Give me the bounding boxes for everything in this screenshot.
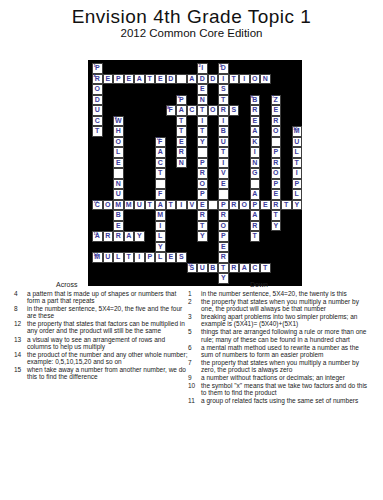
black-square xyxy=(292,231,303,242)
grid-cell[interactable]: C xyxy=(187,105,198,116)
black-square xyxy=(92,221,103,232)
grid-cell[interactable]: O xyxy=(92,84,103,95)
black-square xyxy=(281,95,292,106)
grid-cell[interactable]: S xyxy=(176,252,187,263)
grid-cell[interactable]: U xyxy=(218,137,229,148)
grid-cell[interactable]: P xyxy=(113,74,124,85)
grid-cell[interactable]: E xyxy=(113,158,124,169)
grid-cell[interactable] xyxy=(197,147,208,158)
grid-cell[interactable]: D xyxy=(197,74,208,85)
grid-cell[interactable]: 14M xyxy=(92,252,103,263)
black-square xyxy=(103,168,114,179)
clue-number: 15 xyxy=(14,366,27,380)
black-square xyxy=(92,168,103,179)
black-square xyxy=(197,252,208,263)
black-square xyxy=(260,84,271,95)
black-square xyxy=(145,137,156,148)
grid-cell[interactable]: Y xyxy=(197,137,208,148)
grid-cell[interactable]: U xyxy=(292,137,303,148)
black-square xyxy=(113,105,124,116)
grid-cell[interactable]: A xyxy=(124,231,135,242)
clue-number-in-cell: 12 xyxy=(94,200,98,205)
grid-cell[interactable]: P xyxy=(197,189,208,200)
cell-letter: O xyxy=(273,127,278,135)
clue-number: 13 xyxy=(14,336,27,350)
black-square xyxy=(176,63,187,74)
grid-cell[interactable]: E xyxy=(218,242,229,253)
black-square xyxy=(281,210,292,221)
grid-cell[interactable]: I xyxy=(292,168,303,179)
grid-cell[interactable]: I xyxy=(155,221,166,232)
black-square xyxy=(281,189,292,200)
black-square xyxy=(281,168,292,179)
grid-cell[interactable]: Y xyxy=(155,242,166,253)
grid-cell[interactable]: O xyxy=(197,179,208,190)
grid-cell[interactable]: U xyxy=(197,263,208,274)
grid-cell[interactable]: T xyxy=(260,263,271,274)
grid-cell[interactable]: A xyxy=(155,147,166,158)
grid-cell[interactable]: 1P xyxy=(92,63,103,74)
grid-cell[interactable]: 3D xyxy=(218,63,229,74)
grid-cell[interactable]: E xyxy=(124,74,135,85)
grid-cell[interactable]: T xyxy=(197,221,208,232)
cell-letter: T xyxy=(179,127,183,135)
grid-cell[interactable] xyxy=(208,200,219,211)
grid-cell[interactable]: T xyxy=(145,200,156,211)
cell-letter: P xyxy=(147,253,152,261)
grid-cell[interactable]: U xyxy=(103,252,114,263)
down-clue-1: 1in the number sentence, 5X4=20, the twe… xyxy=(188,290,370,297)
black-square xyxy=(134,84,145,95)
cell-letter: L xyxy=(158,253,162,261)
black-square xyxy=(187,231,198,242)
grid-cell[interactable]: I xyxy=(218,158,229,169)
grid-cell[interactable]: E xyxy=(271,105,282,116)
cell-letter: B xyxy=(210,264,215,272)
grid-cell[interactable]: B xyxy=(208,263,219,274)
grid-cell[interactable]: R xyxy=(218,210,229,221)
grid-cell[interactable]: M xyxy=(124,200,135,211)
grid-cell[interactable]: E xyxy=(166,252,177,263)
clue-number-in-cell: 3 xyxy=(220,64,222,69)
grid-cell[interactable]: T xyxy=(155,168,166,179)
grid-cell[interactable]: P xyxy=(271,179,282,190)
grid-cell[interactable]: 4R xyxy=(92,74,103,85)
grid-cell[interactable]: Y xyxy=(292,200,303,211)
grid-cell[interactable]: I xyxy=(218,74,229,85)
black-square xyxy=(208,179,219,190)
grid-cell[interactable]: O xyxy=(271,168,282,179)
black-square xyxy=(124,242,135,253)
cell-letter: T xyxy=(200,222,204,230)
cell-letter: U xyxy=(200,264,205,272)
black-square xyxy=(260,116,271,127)
grid-cell[interactable]: L xyxy=(155,231,166,242)
grid-cell[interactable]: R xyxy=(197,210,208,221)
grid-cell[interactable]: T xyxy=(197,105,208,116)
grid-cell[interactable]: 10M xyxy=(292,126,303,137)
grid-cell[interactable]: T xyxy=(218,95,229,106)
grid-cell[interactable]: R xyxy=(218,105,229,116)
grid-cell[interactable]: G xyxy=(250,168,261,179)
black-square xyxy=(166,116,177,127)
grid-cell[interactable]: E xyxy=(197,84,208,95)
cell-letter: C xyxy=(252,264,257,272)
cell-letter: R xyxy=(273,159,278,167)
clue-text: the symbol "x" means that we take two fa… xyxy=(201,382,370,396)
grid-cell[interactable]: M xyxy=(155,210,166,221)
grid-cell[interactable]: K xyxy=(250,137,261,148)
black-square xyxy=(229,168,240,179)
grid-cell[interactable]: O xyxy=(113,137,124,148)
grid-cell[interactable]: P xyxy=(145,252,156,263)
black-square xyxy=(124,179,135,190)
cell-letter: S xyxy=(179,253,184,261)
grid-cell[interactable]: A xyxy=(176,105,187,116)
grid-cell[interactable]: P xyxy=(218,231,229,242)
grid-cell[interactable]: R xyxy=(229,200,240,211)
cell-letter: P xyxy=(116,75,121,83)
grid-cell[interactable]: R xyxy=(176,147,187,158)
grid-cell[interactable]: F xyxy=(155,189,166,200)
grid-cell[interactable]: N xyxy=(197,95,208,106)
grid-cell[interactable]: R xyxy=(250,105,261,116)
cell-letter: E xyxy=(116,222,121,230)
cell-letter: A xyxy=(189,75,194,83)
across-header: Across xyxy=(56,281,188,288)
grid-cell[interactable]: T xyxy=(197,126,208,137)
grid-cell[interactable]: V xyxy=(187,200,198,211)
black-square xyxy=(239,158,250,169)
grid-cell[interactable]: C xyxy=(250,263,261,274)
black-square xyxy=(281,84,292,95)
grid-cell[interactable]: P xyxy=(197,158,208,169)
grid-cell[interactable]: A xyxy=(250,210,261,221)
cell-letter: T xyxy=(232,75,236,83)
grid-cell[interactable]: T xyxy=(176,116,187,127)
black-square xyxy=(176,179,187,190)
black-square xyxy=(187,168,198,179)
grid-cell[interactable]: N xyxy=(176,158,187,169)
black-square xyxy=(281,137,292,148)
grid-cell[interactable]: S xyxy=(229,105,240,116)
grid-cell[interactable]: N xyxy=(113,179,124,190)
cell-letter: A xyxy=(179,106,184,114)
grid-cell[interactable]: L xyxy=(113,147,124,158)
grid-cell[interactable]: N xyxy=(250,158,261,169)
cell-letter: U xyxy=(137,201,142,209)
grid-cell[interactable]: E xyxy=(197,200,208,211)
cell-letter: P xyxy=(252,201,257,209)
grid-cell[interactable]: 8F xyxy=(166,105,177,116)
grid-cell[interactable]: I xyxy=(239,74,250,85)
grid-cell[interactable]: 15S xyxy=(187,263,198,274)
black-square xyxy=(229,252,240,263)
black-square xyxy=(208,63,219,74)
grid-cell[interactable]: L xyxy=(292,189,303,200)
grid-cell[interactable]: R xyxy=(271,158,282,169)
black-square xyxy=(260,105,271,116)
grid-cell[interactable]: A xyxy=(187,74,198,85)
grid-cell[interactable]: I xyxy=(176,200,187,211)
grid-cell[interactable]: E xyxy=(218,179,229,190)
grid-cell[interactable] xyxy=(113,168,124,179)
black-square xyxy=(155,105,166,116)
black-square xyxy=(166,221,177,232)
cell-letter: E xyxy=(200,201,205,209)
clue-text: the property that states that factors ca… xyxy=(27,320,188,334)
black-square xyxy=(292,252,303,263)
grid-cell[interactable]: O xyxy=(250,74,261,85)
grid-cell[interactable]: Y xyxy=(197,231,208,242)
black-square xyxy=(250,63,261,74)
grid-cell[interactable]: E xyxy=(113,221,124,232)
cell-letter: L xyxy=(295,148,299,156)
black-square xyxy=(124,221,135,232)
cell-letter: Z xyxy=(274,96,278,104)
cell-letter: F xyxy=(158,190,162,198)
grid-cell[interactable]: E xyxy=(155,74,166,85)
grid-cell[interactable]: O xyxy=(271,126,282,137)
black-square xyxy=(166,137,177,148)
grid-cell[interactable]: 2I xyxy=(197,63,208,74)
black-square xyxy=(260,95,271,106)
black-square xyxy=(281,74,292,85)
grid-cell[interactable]: B xyxy=(113,210,124,221)
grid-cell[interactable]: E xyxy=(271,189,282,200)
grid-cell[interactable]: I xyxy=(197,116,208,127)
grid-cell[interactable] xyxy=(250,179,261,190)
black-square xyxy=(292,242,303,253)
cell-letter: O xyxy=(95,85,100,93)
black-square xyxy=(103,221,114,232)
black-square xyxy=(292,210,303,221)
grid-cell[interactable]: A xyxy=(239,263,250,274)
black-square xyxy=(292,263,303,274)
cell-letter: Y xyxy=(294,201,299,209)
cell-letter: M xyxy=(157,211,163,219)
grid-cell[interactable]: P xyxy=(250,200,261,211)
black-square xyxy=(134,242,145,253)
grid-cell[interactable]: 7Z xyxy=(271,95,282,106)
black-square xyxy=(92,137,103,148)
grid-cell[interactable]: L xyxy=(113,252,124,263)
grid-cell[interactable]: I xyxy=(218,116,229,127)
black-square xyxy=(229,231,240,242)
black-square xyxy=(155,126,166,137)
cell-letter: R xyxy=(221,211,226,219)
black-square xyxy=(208,126,219,137)
grid-cell[interactable]: A xyxy=(250,126,261,137)
grid-cell[interactable]: I xyxy=(134,252,145,263)
black-square xyxy=(134,179,145,190)
grid-cell[interactable]: 12C xyxy=(92,200,103,211)
cell-letter: H xyxy=(116,127,121,135)
grid-cell[interactable]: A xyxy=(134,74,145,85)
cell-letter: T xyxy=(169,201,173,209)
grid-cell[interactable] xyxy=(218,189,229,200)
cell-letter: R xyxy=(231,264,236,272)
cell-letter: P xyxy=(221,232,226,240)
black-square xyxy=(187,126,198,137)
grid-cell[interactable]: T xyxy=(292,158,303,169)
grid-cell[interactable]: T xyxy=(124,252,135,263)
black-square xyxy=(124,95,135,106)
black-square xyxy=(292,95,303,106)
cell-letter: U xyxy=(116,190,121,198)
grid-cell[interactable]: U xyxy=(113,189,124,200)
grid-cell[interactable]: C xyxy=(155,158,166,169)
clue-number-in-cell: 5 xyxy=(178,95,180,100)
grid-cell[interactable]: D xyxy=(208,74,219,85)
black-square xyxy=(260,231,271,242)
black-square xyxy=(176,168,187,179)
cell-letter: I xyxy=(159,222,161,230)
black-square xyxy=(145,84,156,95)
black-square xyxy=(103,158,114,169)
grid-cell[interactable]: N xyxy=(260,74,271,85)
grid-cell[interactable] xyxy=(271,137,282,148)
cell-letter: R xyxy=(221,106,226,114)
grid-cell[interactable]: E xyxy=(103,74,114,85)
grid-cell[interactable]: E xyxy=(250,116,261,127)
grid-cell[interactable]: T xyxy=(281,200,292,211)
grid-cell[interactable]: E xyxy=(176,137,187,148)
grid-cell[interactable]: T xyxy=(176,126,187,137)
clue-number: 6 xyxy=(188,344,201,358)
grid-cell[interactable]: R xyxy=(197,168,208,179)
grid-cell[interactable]: U xyxy=(134,200,145,211)
grid-cell[interactable]: O xyxy=(103,200,114,211)
clue-text: in the number sentence, 5X4=20, the twen… xyxy=(201,290,370,297)
black-square xyxy=(176,189,187,200)
black-square xyxy=(145,63,156,74)
grid-cell[interactable]: T xyxy=(250,231,261,242)
grid-cell[interactable]: T xyxy=(229,74,240,85)
cell-letter: T xyxy=(221,148,225,156)
clue-number: 11 xyxy=(188,397,201,404)
black-square xyxy=(113,84,124,95)
black-square xyxy=(92,158,103,169)
grid-cell[interactable]: L xyxy=(155,252,166,263)
black-square xyxy=(166,147,177,158)
grid-cell[interactable]: O xyxy=(208,105,219,116)
grid-cell[interactable]: T xyxy=(271,210,282,221)
clue-number: 12 xyxy=(14,320,27,334)
black-square xyxy=(145,189,156,200)
grid-cell[interactable]: R xyxy=(229,263,240,274)
grid-cell[interactable]: O xyxy=(239,200,250,211)
grid-cell[interactable]: T xyxy=(166,200,177,211)
black-square xyxy=(187,84,198,95)
grid-cell[interactable]: B xyxy=(218,126,229,137)
grid-cell[interactable]: E xyxy=(260,200,271,211)
grid-cell[interactable]: H xyxy=(113,126,124,137)
black-square xyxy=(239,126,250,137)
black-square xyxy=(145,147,156,158)
cell-letter: R xyxy=(252,222,257,230)
grid-cell[interactable]: A xyxy=(155,200,166,211)
grid-cell[interactable]: V xyxy=(218,168,229,179)
grid-cell[interactable]: P xyxy=(218,200,229,211)
grid-cell[interactable]: 11F xyxy=(155,137,166,148)
crossword-panel: 1P2I3D4REPEATEDADDITIONOESD5PNT6B7ZU8FAC… xyxy=(88,60,302,286)
black-square xyxy=(187,147,198,158)
black-square xyxy=(292,221,303,232)
cell-letter: C xyxy=(158,159,163,167)
black-square xyxy=(281,116,292,127)
black-square xyxy=(176,242,187,253)
grid-cell[interactable] xyxy=(155,179,166,190)
grid-cell[interactable]: P xyxy=(292,179,303,190)
black-square xyxy=(281,242,292,253)
grid-cell[interactable]: R xyxy=(271,116,282,127)
black-square xyxy=(124,116,135,127)
cell-letter: I xyxy=(180,201,182,209)
cell-letter: P xyxy=(221,201,226,209)
grid-cell[interactable]: I xyxy=(250,147,261,158)
clue-number-in-cell: 7 xyxy=(272,95,274,100)
grid-cell[interactable]: R xyxy=(103,231,114,242)
grid-cell[interactable]: 9W xyxy=(113,116,124,127)
grid-cell[interactable] xyxy=(176,74,187,85)
grid-cell[interactable]: R xyxy=(250,221,261,232)
black-square xyxy=(281,179,292,190)
grid-cell[interactable]: P xyxy=(271,147,282,158)
black-square xyxy=(281,63,292,74)
grid-cell[interactable]: D xyxy=(92,95,103,106)
black-square xyxy=(176,221,187,232)
grid-cell[interactable]: L xyxy=(292,147,303,158)
grid-cell[interactable]: T xyxy=(218,263,229,274)
grid-cell[interactable]: Y xyxy=(271,221,282,232)
cell-letter: T xyxy=(127,253,131,261)
clue-number: 1 xyxy=(188,290,201,297)
grid-cell[interactable]: 13A xyxy=(92,231,103,242)
black-square xyxy=(176,231,187,242)
black-square xyxy=(239,137,250,148)
black-square xyxy=(250,242,261,253)
black-square xyxy=(208,210,219,221)
grid-cell[interactable]: O xyxy=(218,221,229,232)
grid-cell[interactable]: 5P xyxy=(176,95,187,106)
grid-cell[interactable]: R xyxy=(271,200,282,211)
grid-cell[interactable]: C xyxy=(92,116,103,127)
grid-cell[interactable]: T xyxy=(145,74,156,85)
cell-letter: U xyxy=(105,253,110,261)
grid-cell[interactable]: M xyxy=(113,200,124,211)
grid-cell[interactable]: Y xyxy=(134,231,145,242)
grid-cell[interactable]: R xyxy=(218,252,229,263)
grid-cell[interactable]: S xyxy=(218,84,229,95)
grid-cell[interactable]: U xyxy=(92,105,103,116)
black-square xyxy=(134,126,145,137)
cell-letter: O xyxy=(242,201,247,209)
grid-cell[interactable]: T xyxy=(92,126,103,137)
grid-cell[interactable]: A xyxy=(250,189,261,200)
cell-letter: T xyxy=(221,96,225,104)
grid-cell[interactable]: T xyxy=(218,147,229,158)
grid-cell[interactable]: R xyxy=(113,231,124,242)
across-clue-13: 13a visual way to see an arrangement of … xyxy=(14,336,188,350)
black-square xyxy=(260,242,271,253)
down-clues-section: Down 1in the number sentence, 5X4=20, th… xyxy=(188,281,370,405)
grid-cell[interactable]: 6B xyxy=(250,95,261,106)
cell-letter: E xyxy=(263,201,268,209)
cell-letter: P xyxy=(273,148,278,156)
grid-cell[interactable]: D xyxy=(166,74,177,85)
black-square xyxy=(187,210,198,221)
